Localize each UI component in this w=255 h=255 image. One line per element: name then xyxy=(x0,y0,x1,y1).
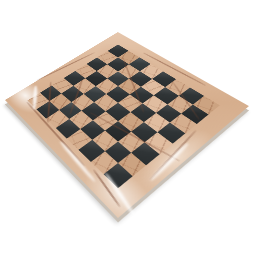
photo-background xyxy=(0,0,255,255)
board-grid xyxy=(27,45,219,189)
chess-board xyxy=(5,32,249,218)
